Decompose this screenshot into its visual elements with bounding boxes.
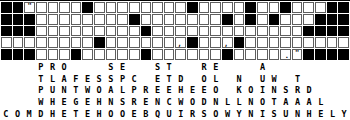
bank-letter: H xyxy=(47,96,59,108)
open-cell[interactable] xyxy=(13,37,24,48)
open-cell[interactable] xyxy=(257,26,268,37)
open-cell[interactable] xyxy=(199,14,210,25)
bank-letter: U xyxy=(257,73,269,85)
open-cell[interactable] xyxy=(234,14,245,25)
bank-letter: P xyxy=(35,85,47,97)
black-cell xyxy=(245,14,256,25)
bank-letter: P xyxy=(128,85,140,97)
black-cell xyxy=(141,26,152,37)
bank-letter: H xyxy=(93,96,105,108)
black-cell xyxy=(303,49,314,60)
bank-letter: E xyxy=(82,96,94,108)
bank-letter: W xyxy=(222,108,234,120)
black-cell xyxy=(327,26,338,37)
open-cell[interactable] xyxy=(280,14,291,25)
bank-letter: N xyxy=(268,85,280,97)
letter-slot-empty xyxy=(268,61,280,73)
bank-letter: S xyxy=(105,61,117,73)
letter-slot-empty xyxy=(327,73,339,85)
bank-letter: L xyxy=(117,85,129,97)
open-cell[interactable] xyxy=(82,49,93,60)
punctuation-cell: , xyxy=(222,37,233,48)
open-cell[interactable] xyxy=(48,14,59,25)
bank-letter: E xyxy=(210,61,222,73)
open-cell[interactable] xyxy=(257,49,268,60)
open-cell[interactable] xyxy=(106,14,117,25)
bank-letter: C xyxy=(128,73,140,85)
open-cell[interactable] xyxy=(106,2,117,13)
bank-letter: E xyxy=(58,96,70,108)
bank-letter: T xyxy=(70,108,82,120)
letter-slot-empty xyxy=(222,73,234,85)
open-cell[interactable] xyxy=(175,14,186,25)
bank-letter: R xyxy=(198,61,210,73)
open-cell[interactable] xyxy=(210,49,221,60)
open-cell[interactable] xyxy=(303,2,314,13)
letter-slot-empty xyxy=(338,85,350,97)
letter-slot-empty xyxy=(140,73,152,85)
open-cell[interactable] xyxy=(338,37,349,48)
open-cell[interactable] xyxy=(141,37,152,48)
open-cell[interactable] xyxy=(269,37,280,48)
open-cell[interactable] xyxy=(106,37,117,48)
open-cell[interactable] xyxy=(315,2,326,13)
bank-letter: D xyxy=(175,73,187,85)
bank-letter: T xyxy=(163,73,175,85)
open-cell[interactable] xyxy=(48,2,59,13)
letter-slot-empty xyxy=(0,85,12,97)
bank-letter: H xyxy=(47,108,59,120)
comma-mark: , xyxy=(177,41,181,48)
letter-slot-empty xyxy=(315,61,327,73)
open-cell[interactable] xyxy=(152,26,163,37)
bank-letter: Q xyxy=(152,108,164,120)
bank-letter: Y xyxy=(233,108,245,120)
bank-letter: S xyxy=(117,96,129,108)
open-cell[interactable] xyxy=(257,37,268,48)
bank-letter: U xyxy=(47,85,59,97)
open-cell[interactable] xyxy=(94,2,105,13)
black-cell xyxy=(13,2,24,13)
black-cell xyxy=(222,49,233,60)
bank-letter: O xyxy=(210,85,222,97)
open-cell[interactable] xyxy=(187,14,198,25)
open-cell[interactable] xyxy=(152,14,163,25)
bank-letter: R xyxy=(187,108,199,120)
open-cell[interactable] xyxy=(210,26,221,37)
open-cell[interactable] xyxy=(199,37,210,48)
letter-slot-empty xyxy=(338,73,350,85)
open-cell[interactable] xyxy=(71,2,82,13)
bank-letter: H xyxy=(303,108,315,120)
letter-slot-empty xyxy=(12,96,24,108)
bank-letter: E xyxy=(82,73,94,85)
punctuation-cell: " xyxy=(292,49,303,60)
black-cell xyxy=(1,2,12,13)
letter-slot-empty xyxy=(233,61,245,73)
bank-letter: L xyxy=(222,96,234,108)
black-cell xyxy=(24,26,35,37)
black-cell xyxy=(1,49,12,60)
open-cell[interactable] xyxy=(303,14,314,25)
open-cell[interactable] xyxy=(164,37,175,48)
bank-letter: L xyxy=(315,96,327,108)
bank-letter: O xyxy=(105,108,117,120)
letter-slot-empty xyxy=(245,73,257,85)
bank-letter: L xyxy=(233,96,245,108)
letter-slot-empty xyxy=(23,73,35,85)
open-cell[interactable] xyxy=(164,14,175,25)
bank-letter: E xyxy=(128,108,140,120)
bank-letter: E xyxy=(315,108,327,120)
bank-letter: T xyxy=(292,73,304,85)
open-cell[interactable] xyxy=(257,14,268,25)
open-cell[interactable] xyxy=(48,49,59,60)
bank-letter: I xyxy=(175,108,187,120)
black-cell xyxy=(315,26,326,37)
open-cell[interactable] xyxy=(222,2,233,13)
open-cell[interactable] xyxy=(71,37,82,48)
black-cell xyxy=(234,37,245,48)
black-cell xyxy=(327,49,338,60)
letter-slot-empty xyxy=(280,73,292,85)
open-cell[interactable] xyxy=(245,49,256,60)
letter-slot-empty xyxy=(292,61,304,73)
bank-letter: W xyxy=(268,73,280,85)
open-cell[interactable] xyxy=(129,37,140,48)
letter-slot-empty xyxy=(338,96,350,108)
open-cell[interactable] xyxy=(59,49,70,60)
bank-letter: R xyxy=(292,85,304,97)
open-cell[interactable] xyxy=(82,26,93,37)
letter-slot-empty xyxy=(222,61,234,73)
open-cell[interactable] xyxy=(59,37,70,48)
bank-letter: S xyxy=(93,73,105,85)
open-cell[interactable] xyxy=(175,49,186,60)
open-cell[interactable] xyxy=(106,49,117,60)
open-cell[interactable] xyxy=(152,2,163,13)
open-cell[interactable] xyxy=(292,37,303,48)
open-cell[interactable] xyxy=(234,2,245,13)
letter-slot-empty xyxy=(23,85,35,97)
punctuation-cell: . xyxy=(280,49,291,60)
letter-slot-empty xyxy=(327,61,339,73)
open-cell[interactable] xyxy=(117,49,128,60)
bank-letter: T xyxy=(35,73,47,85)
letter-slot-empty xyxy=(222,85,234,97)
black-cell xyxy=(280,2,291,13)
black-cell xyxy=(338,14,349,25)
open-cell[interactable] xyxy=(292,14,303,25)
bank-letter: U xyxy=(280,108,292,120)
bank-letter: M xyxy=(23,108,35,120)
open-cell[interactable] xyxy=(234,49,245,60)
open-cell[interactable] xyxy=(59,14,70,25)
black-cell xyxy=(129,14,140,25)
open-cell[interactable] xyxy=(117,2,128,13)
open-cell[interactable] xyxy=(292,2,303,13)
open-cell[interactable] xyxy=(94,14,105,25)
open-cell[interactable] xyxy=(222,26,233,37)
bank-letter: R xyxy=(47,61,59,73)
letter-slot-empty xyxy=(12,61,24,73)
open-cell[interactable] xyxy=(269,49,280,60)
open-cell[interactable] xyxy=(210,2,221,13)
bank-letter: S xyxy=(280,85,292,97)
open-cell[interactable] xyxy=(175,26,186,37)
bank-letter: N xyxy=(245,108,257,120)
letter-slot-empty xyxy=(187,61,199,73)
letter-slot-empty xyxy=(0,96,12,108)
open-cell[interactable] xyxy=(129,2,140,13)
letter-slot-empty xyxy=(338,61,350,73)
open-cell[interactable] xyxy=(36,49,47,60)
open-cell[interactable] xyxy=(129,26,140,37)
open-cell[interactable] xyxy=(59,2,70,13)
open-cell[interactable] xyxy=(210,37,221,48)
black-cell xyxy=(187,2,198,13)
black-cell xyxy=(141,49,152,60)
letter-slot-empty xyxy=(23,61,35,73)
open-cell[interactable] xyxy=(71,14,82,25)
black-cell xyxy=(327,14,338,25)
open-cell[interactable] xyxy=(269,26,280,37)
open-cell[interactable] xyxy=(36,14,47,25)
bank-letter: S xyxy=(105,73,117,85)
letter-slot-empty xyxy=(70,61,82,73)
bank-letter: N xyxy=(152,96,164,108)
puzzle-grid: ",,." xyxy=(0,0,350,61)
black-cell xyxy=(187,37,198,48)
bank-letter: W xyxy=(82,85,94,97)
bank-letter: E xyxy=(58,108,70,120)
letter-slot-empty xyxy=(175,61,187,73)
open-cell[interactable] xyxy=(24,37,35,48)
open-cell[interactable] xyxy=(129,49,140,60)
bank-letter: F xyxy=(70,73,82,85)
bank-letter: P xyxy=(35,61,47,73)
black-cell xyxy=(338,49,349,60)
open-cell[interactable] xyxy=(187,26,198,37)
open-cell[interactable] xyxy=(94,26,105,37)
bank-letter: O xyxy=(58,61,70,73)
bank-letter: B xyxy=(140,108,152,120)
open-cell[interactable] xyxy=(187,49,198,60)
bank-letter: E xyxy=(152,73,164,85)
punctuation-cell: " xyxy=(24,2,35,13)
bank-letter: R xyxy=(128,96,140,108)
open-cell[interactable] xyxy=(48,26,59,37)
bank-letter: K xyxy=(233,85,245,97)
letter-slot-empty xyxy=(303,73,315,85)
bank-letter: A xyxy=(292,96,304,108)
bank-letter: N xyxy=(233,73,245,85)
bank-letter: O xyxy=(257,96,269,108)
black-cell xyxy=(338,26,349,37)
open-cell[interactable] xyxy=(280,26,291,37)
open-cell[interactable] xyxy=(117,26,128,37)
bank-letter: E xyxy=(163,85,175,97)
open-cell[interactable] xyxy=(164,49,175,60)
open-cell[interactable] xyxy=(152,49,163,60)
open-cell[interactable] xyxy=(82,14,93,25)
open-cell[interactable] xyxy=(245,37,256,48)
bank-letter: N xyxy=(245,96,257,108)
open-cell[interactable] xyxy=(36,37,47,48)
bank-letter: E xyxy=(187,85,199,97)
bank-letter: N xyxy=(292,108,304,120)
bank-letter: E xyxy=(82,108,94,120)
open-cell[interactable] xyxy=(117,37,128,48)
quotefall-board: ",,." PROSESTREATLAFESSPCETDOLNUWTPUNTWO… xyxy=(0,0,350,120)
black-cell xyxy=(13,49,24,60)
open-cell[interactable] xyxy=(36,2,47,13)
open-cell[interactable] xyxy=(199,2,210,13)
open-cell[interactable] xyxy=(315,37,326,48)
letter-slot-empty xyxy=(0,73,12,85)
letter-bank: PROSESTREATLAFESSPCETDOLNUWTPUNTWOALPREE… xyxy=(0,61,350,120)
bank-letter: A xyxy=(303,96,315,108)
bank-letter: D xyxy=(198,96,210,108)
bank-letter: O xyxy=(93,85,105,97)
letter-slot-empty xyxy=(128,61,140,73)
bank-letter: E xyxy=(198,85,210,97)
bank-letter: L xyxy=(327,108,339,120)
black-cell xyxy=(94,37,105,48)
letter-slot-empty xyxy=(315,85,327,97)
bank-letter: I xyxy=(257,85,269,97)
open-cell[interactable] xyxy=(106,26,117,37)
bank-letter: S xyxy=(198,108,210,120)
bank-letter: A xyxy=(105,85,117,97)
bank-letter: A xyxy=(58,73,70,85)
black-cell xyxy=(24,14,35,25)
letter-slot-empty xyxy=(303,61,315,73)
black-cell xyxy=(24,49,35,60)
letter-slot-empty xyxy=(327,96,339,108)
black-cell xyxy=(315,49,326,60)
quote-mark: " xyxy=(295,50,299,57)
bank-letter: D xyxy=(35,108,47,120)
bank-letter: C xyxy=(0,108,12,120)
bank-letter: O xyxy=(245,85,257,97)
bank-letter: I xyxy=(257,108,269,120)
bank-letter: L xyxy=(210,73,222,85)
open-cell[interactable] xyxy=(199,49,210,60)
black-cell xyxy=(1,14,12,25)
bank-letter: E xyxy=(117,61,129,73)
open-cell[interactable] xyxy=(164,2,175,13)
bank-letter: N xyxy=(210,96,222,108)
open-cell[interactable] xyxy=(327,37,338,48)
bank-letter: O xyxy=(198,73,210,85)
open-cell[interactable] xyxy=(71,26,82,37)
bank-letter: T xyxy=(163,61,175,73)
open-cell[interactable] xyxy=(1,37,12,48)
letter-slot-empty xyxy=(0,61,12,73)
open-cell[interactable] xyxy=(292,26,303,37)
black-cell xyxy=(82,2,93,13)
letter-slot-empty xyxy=(12,73,24,85)
open-cell[interactable] xyxy=(141,14,152,25)
open-cell[interactable] xyxy=(59,26,70,37)
letter-slot-empty xyxy=(327,85,339,97)
open-cell[interactable] xyxy=(234,26,245,37)
open-cell[interactable] xyxy=(245,26,256,37)
black-cell xyxy=(13,26,24,37)
open-cell[interactable] xyxy=(117,14,128,25)
bank-letter: A xyxy=(257,61,269,73)
open-cell[interactable] xyxy=(269,2,280,13)
bank-letter: W xyxy=(35,96,47,108)
open-cell[interactable] xyxy=(280,37,291,48)
black-cell xyxy=(338,2,349,13)
letter-slot-empty xyxy=(280,61,292,73)
bank-letter: O xyxy=(187,96,199,108)
open-cell[interactable] xyxy=(175,2,186,13)
black-cell xyxy=(13,14,24,25)
punctuation-cell: , xyxy=(175,37,186,48)
bank-letter: Y xyxy=(338,108,350,120)
bank-letter: P xyxy=(117,73,129,85)
letter-slot-empty xyxy=(315,73,327,85)
black-cell xyxy=(269,14,280,25)
open-cell[interactable] xyxy=(303,37,314,48)
bank-letter: T xyxy=(70,85,82,97)
open-cell[interactable] xyxy=(94,49,105,60)
black-cell xyxy=(303,26,314,37)
letter-slot-empty xyxy=(23,96,35,108)
bank-letter: N xyxy=(58,85,70,97)
open-cell[interactable] xyxy=(141,2,152,13)
bank-letter: S xyxy=(152,61,164,73)
black-cell xyxy=(327,2,338,13)
bank-letter: T xyxy=(268,96,280,108)
comma-mark: , xyxy=(224,41,228,48)
open-cell[interactable] xyxy=(164,26,175,37)
bank-letter: L xyxy=(47,73,59,85)
bank-letter: H xyxy=(175,85,187,97)
bank-letter: G xyxy=(70,96,82,108)
black-cell xyxy=(222,14,233,25)
bank-letter: O xyxy=(117,108,129,120)
black-cell xyxy=(315,14,326,25)
bank-letter: E xyxy=(152,85,164,97)
bank-letter: H xyxy=(93,108,105,120)
black-cell xyxy=(71,49,82,60)
bank-letter: O xyxy=(210,108,222,120)
bank-letter: W xyxy=(175,96,187,108)
period-mark: . xyxy=(285,53,289,60)
bank-letter: S xyxy=(268,108,280,120)
letter-slot-empty xyxy=(12,85,24,97)
open-cell[interactable] xyxy=(48,37,59,48)
open-cell[interactable] xyxy=(257,2,268,13)
letter-slot-empty xyxy=(140,61,152,73)
bank-letter: A xyxy=(280,96,292,108)
open-cell[interactable] xyxy=(210,14,221,25)
bank-letter: E xyxy=(140,96,152,108)
open-cell[interactable] xyxy=(199,26,210,37)
letter-slot-empty xyxy=(93,61,105,73)
open-cell[interactable] xyxy=(152,37,163,48)
open-cell[interactable] xyxy=(36,26,47,37)
black-cell xyxy=(1,26,12,37)
bank-letter: C xyxy=(163,96,175,108)
letter-slot-empty xyxy=(245,61,257,73)
open-cell[interactable] xyxy=(82,37,93,48)
letter-slot-empty xyxy=(187,73,199,85)
